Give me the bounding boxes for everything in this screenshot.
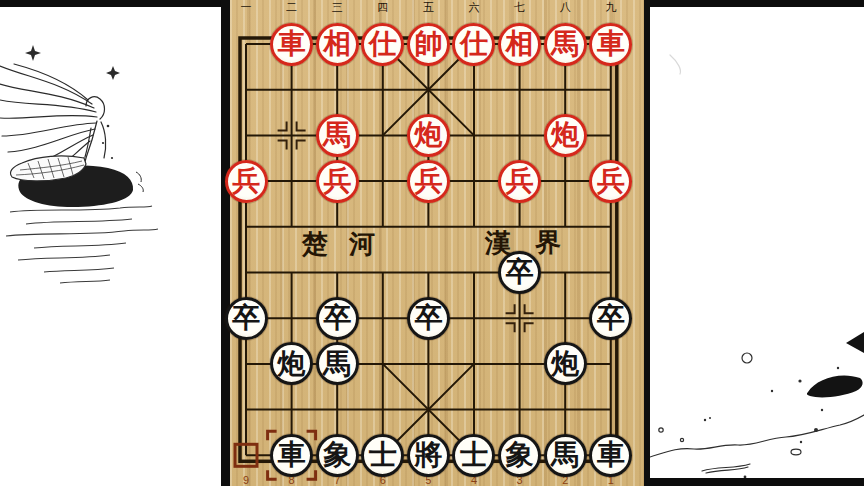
file-label-top: 六	[469, 2, 480, 13]
board-point[interactable]	[223, 67, 269, 113]
piece-black-horse[interactable]: 馬	[316, 342, 359, 385]
board-point[interactable]	[269, 387, 315, 433]
letterbox-top-left	[0, 0, 221, 7]
board-point[interactable]: 炮	[542, 341, 588, 387]
board-point[interactable]	[542, 295, 588, 341]
board-point[interactable]: 卒	[314, 295, 360, 341]
board-point[interactable]	[360, 158, 406, 204]
board-point[interactable]	[542, 250, 588, 296]
board-point[interactable]	[451, 204, 497, 250]
board-point[interactable]: 將	[406, 432, 452, 478]
board-grid: 車相仕帥仕相馬車馬炮炮兵兵兵兵兵卒卒卒卒卒炮馬炮車象士將士象馬車	[223, 21, 633, 478]
board-point[interactable]	[360, 387, 406, 433]
board-point[interactable]: 士	[360, 432, 406, 478]
letterbox-bottom-right	[650, 478, 864, 486]
board-point[interactable]	[588, 387, 634, 433]
board-point[interactable]	[588, 250, 634, 296]
piece-black-cannon[interactable]: 炮	[544, 342, 587, 385]
sea-line-art	[650, 0, 864, 486]
board-point[interactable]: 兵	[314, 158, 360, 204]
board-point[interactable]: 車	[588, 21, 634, 67]
piece-red-soldier[interactable]: 兵	[407, 160, 450, 203]
board-point[interactable]	[406, 250, 452, 296]
board-point[interactable]	[406, 67, 452, 113]
board-point[interactable]	[588, 341, 634, 387]
piece-black-soldier[interactable]: 卒	[589, 297, 632, 340]
board-point[interactable]: 兵	[588, 158, 634, 204]
board-point[interactable]: 馬	[542, 21, 588, 67]
board-point[interactable]	[360, 250, 406, 296]
board-point[interactable]: 士	[451, 432, 497, 478]
board-point[interactable]	[223, 341, 269, 387]
piece-red-cannon[interactable]: 炮	[407, 114, 450, 157]
piece-black-advisor[interactable]: 士	[361, 434, 404, 477]
board-point[interactable]	[497, 67, 543, 113]
board-point[interactable]	[406, 387, 452, 433]
board-point[interactable]	[314, 67, 360, 113]
board-point[interactable]	[406, 341, 452, 387]
board-point[interactable]: 馬	[314, 113, 360, 159]
piece-black-soldier[interactable]: 卒	[225, 297, 268, 340]
board-point[interactable]: 馬	[542, 432, 588, 478]
board-point[interactable]	[223, 250, 269, 296]
piece-red-advisor[interactable]: 仕	[361, 23, 404, 66]
file-label-top: 二	[286, 2, 297, 13]
screenshot-stage: 楚 河 漢 界 車相仕帥仕相馬車馬炮炮兵兵兵兵兵卒卒卒卒卒炮馬炮車象士將士象馬車…	[0, 0, 864, 486]
board-point[interactable]	[360, 295, 406, 341]
board-point[interactable]	[269, 295, 315, 341]
board-point[interactable]: 仕	[360, 21, 406, 67]
board-point[interactable]	[406, 204, 452, 250]
board-point[interactable]	[269, 67, 315, 113]
file-label-top: 五	[423, 2, 434, 13]
piece-black-chariot[interactable]: 車	[270, 434, 313, 477]
file-label-top: 七	[514, 2, 525, 13]
piece-red-horse[interactable]: 馬	[316, 114, 359, 157]
board-point[interactable]: 車	[269, 21, 315, 67]
file-label-top: 八	[560, 2, 571, 13]
board-point[interactable]	[588, 113, 634, 159]
piece-black-advisor[interactable]: 士	[452, 434, 495, 477]
board-point[interactable]: 卒	[497, 250, 543, 296]
piece-red-horse[interactable]: 馬	[544, 23, 587, 66]
board-point[interactable]: 炮	[542, 113, 588, 159]
board-point[interactable]	[269, 158, 315, 204]
board-point[interactable]: 帥	[406, 21, 452, 67]
mermaid-line-art	[0, 0, 221, 486]
board-point[interactable]	[451, 341, 497, 387]
left-art-panel	[0, 0, 221, 486]
board-point[interactable]	[542, 67, 588, 113]
board-point[interactable]	[451, 250, 497, 296]
piece-red-chariot[interactable]: 車	[270, 23, 313, 66]
board-point[interactable]: 炮	[406, 113, 452, 159]
letterbox-top-right	[650, 0, 864, 7]
board-point[interactable]	[360, 341, 406, 387]
board-point[interactable]	[497, 113, 543, 159]
file-label-top: 三	[332, 2, 343, 13]
piece-red-soldier[interactable]: 兵	[225, 160, 268, 203]
board-point[interactable]	[360, 113, 406, 159]
board-point[interactable]: 兵	[406, 158, 452, 204]
file-label-top: 一	[241, 2, 252, 13]
board-point[interactable]: 車	[269, 432, 315, 478]
board-point[interactable]: 馬	[314, 341, 360, 387]
board-point[interactable]	[451, 387, 497, 433]
piece-red-soldier[interactable]: 兵	[498, 160, 541, 203]
piece-black-elephant[interactable]: 象	[498, 434, 541, 477]
board-point[interactable]	[314, 204, 360, 250]
piece-red-soldier[interactable]: 兵	[316, 160, 359, 203]
board-point[interactable]	[542, 204, 588, 250]
board-point[interactable]	[269, 113, 315, 159]
board-point[interactable]: 象	[314, 432, 360, 478]
piece-black-soldier[interactable]: 卒	[498, 251, 541, 294]
piece-red-cannon[interactable]: 炮	[544, 114, 587, 157]
board-point[interactable]	[269, 250, 315, 296]
piece-black-cannon[interactable]: 炮	[270, 342, 313, 385]
board-point[interactable]	[314, 387, 360, 433]
board-point[interactable]	[269, 204, 315, 250]
board-point[interactable]	[588, 204, 634, 250]
board-point[interactable]	[497, 295, 543, 341]
piece-black-soldier[interactable]: 卒	[407, 297, 450, 340]
board-point[interactable]	[542, 158, 588, 204]
board-point[interactable]	[360, 67, 406, 113]
board-point[interactable]	[223, 432, 269, 478]
piece-red-chariot[interactable]: 車	[589, 23, 632, 66]
board-point[interactable]: 炮	[269, 341, 315, 387]
board-point[interactable]: 卒	[406, 295, 452, 341]
board-point[interactable]: 兵	[223, 158, 269, 204]
board-point[interactable]	[497, 204, 543, 250]
board-point[interactable]: 卒	[223, 295, 269, 341]
piece-black-elephant[interactable]: 象	[316, 434, 359, 477]
file-label-top: 九	[605, 2, 616, 13]
piece-red-elephant[interactable]: 相	[316, 23, 359, 66]
board-point[interactable]	[451, 158, 497, 204]
board-point[interactable]	[223, 113, 269, 159]
board-point[interactable]: 相	[314, 21, 360, 67]
board-point[interactable]	[497, 341, 543, 387]
board-point[interactable]	[588, 67, 634, 113]
board-point[interactable]	[451, 113, 497, 159]
board-point[interactable]	[497, 387, 543, 433]
board-point[interactable]: 兵	[497, 158, 543, 204]
piece-black-soldier[interactable]: 卒	[316, 297, 359, 340]
board-point[interactable]	[223, 387, 269, 433]
xiangqi-board: 楚 河 漢 界 車相仕帥仕相馬車馬炮炮兵兵兵兵兵卒卒卒卒卒炮馬炮車象士將士象馬車…	[221, 0, 650, 486]
board-point[interactable]	[451, 67, 497, 113]
file-label-top: 四	[377, 2, 388, 13]
piece-black-horse[interactable]: 馬	[544, 434, 587, 477]
board-point[interactable]	[223, 21, 269, 67]
piece-red-advisor[interactable]: 仕	[452, 23, 495, 66]
board-point[interactable]	[223, 204, 269, 250]
board-point[interactable]	[451, 295, 497, 341]
piece-black-general[interactable]: 將	[407, 434, 450, 477]
board-point[interactable]	[360, 204, 406, 250]
piece-black-chariot[interactable]: 車	[589, 434, 632, 477]
piece-red-general[interactable]: 帥	[407, 23, 450, 66]
board-point[interactable]: 象	[497, 432, 543, 478]
board-point[interactable]	[314, 250, 360, 296]
right-art-panel	[650, 0, 864, 486]
board-point[interactable]: 仕	[451, 21, 497, 67]
piece-red-soldier[interactable]: 兵	[589, 160, 632, 203]
board-point[interactable]: 車	[588, 432, 634, 478]
board-point[interactable]: 相	[497, 21, 543, 67]
board-point[interactable]	[542, 387, 588, 433]
board-point[interactable]: 卒	[588, 295, 634, 341]
piece-red-elephant[interactable]: 相	[498, 23, 541, 66]
